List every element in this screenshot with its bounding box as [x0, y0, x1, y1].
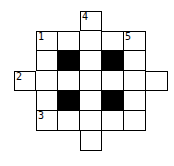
white-cell[interactable] — [80, 131, 102, 151]
black-cell — [58, 51, 80, 71]
white-cell[interactable] — [124, 71, 146, 91]
white-cell[interactable] — [80, 51, 102, 71]
empty-space — [58, 11, 80, 31]
empty-space — [146, 91, 168, 111]
page: { "game": "crossword", "board": { "rows"… — [0, 0, 174, 166]
black-cell — [102, 91, 124, 111]
white-cell[interactable] — [124, 91, 146, 111]
white-cell[interactable] — [146, 71, 168, 91]
white-cell[interactable] — [36, 51, 58, 71]
white-cell[interactable] — [58, 111, 80, 131]
white-cell[interactable] — [80, 31, 102, 51]
empty-space — [124, 11, 146, 31]
crossword-grid: 41523 — [14, 11, 168, 151]
empty-space — [146, 11, 168, 31]
white-cell[interactable] — [36, 91, 58, 111]
empty-space — [102, 131, 124, 151]
empty-space — [58, 131, 80, 151]
white-cell[interactable]: 2 — [14, 71, 36, 91]
empty-space — [102, 11, 124, 31]
white-cell[interactable] — [102, 71, 124, 91]
empty-space — [36, 131, 58, 151]
empty-space — [146, 31, 168, 51]
white-cell[interactable]: 5 — [124, 31, 146, 51]
white-cell[interactable] — [80, 91, 102, 111]
clue-number: 2 — [16, 72, 22, 82]
black-cell — [102, 51, 124, 71]
empty-space — [124, 131, 146, 151]
white-cell[interactable] — [80, 111, 102, 131]
white-cell[interactable] — [58, 71, 80, 91]
empty-space — [36, 11, 58, 31]
empty-space — [146, 111, 168, 131]
empty-space — [14, 31, 36, 51]
empty-space — [146, 131, 168, 151]
black-cell — [58, 91, 80, 111]
empty-space — [14, 131, 36, 151]
clue-number: 1 — [38, 32, 44, 42]
clue-number: 4 — [82, 12, 88, 22]
white-cell[interactable] — [124, 111, 146, 131]
clue-number: 5 — [125, 32, 131, 42]
clue-number: 3 — [38, 111, 44, 121]
white-cell[interactable]: 1 — [36, 31, 58, 51]
empty-space — [146, 51, 168, 71]
empty-space — [14, 111, 36, 131]
empty-space — [14, 91, 36, 111]
white-cell[interactable] — [102, 31, 124, 51]
white-cell[interactable]: 4 — [80, 11, 102, 31]
white-cell[interactable] — [102, 111, 124, 131]
white-cell[interactable] — [58, 31, 80, 51]
empty-space — [14, 11, 36, 31]
white-cell[interactable] — [124, 51, 146, 71]
white-cell[interactable]: 3 — [36, 111, 58, 131]
empty-space — [14, 51, 36, 71]
white-cell[interactable] — [36, 71, 58, 91]
white-cell[interactable] — [80, 71, 102, 91]
